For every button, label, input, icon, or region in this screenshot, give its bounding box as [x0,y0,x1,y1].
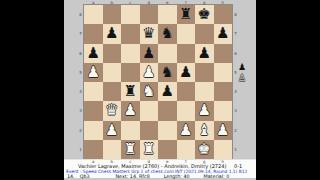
rank-label-1: 1 [78,140,83,159]
square-b6[interactable] [103,44,122,63]
next-move: Next: 14. Rfc8 [116,174,150,179]
rank-label-7: 7 [233,24,238,43]
square-b7[interactable]: ♟ [103,24,122,43]
file-label-g: g [195,159,214,164]
square-h3[interactable] [214,101,233,120]
black-pawn: ♟ [161,84,174,99]
square-g5[interactable] [195,63,214,82]
white-pawn: ♟ [179,123,192,138]
square-h5[interactable] [214,63,233,82]
square-f1[interactable] [177,140,196,159]
white-rook: ♜ [142,142,155,157]
rank-label-6: 6 [78,44,83,63]
chess-board: ♜♚♟♛♞♟♟♟♟♟♟♞♟♜♞♟♛♟♟♟♟♝♟♜♜♚ [84,5,232,159]
square-b2[interactable]: ♟ [103,121,122,140]
rank-label-2: 2 [78,121,83,140]
square-h1[interactable] [214,140,233,159]
square-c8[interactable] [121,5,140,24]
square-b1[interactable] [103,140,122,159]
file-label-f: f [177,0,196,5]
rank-label-8: 8 [78,5,83,24]
square-f5[interactable]: ♟ [177,63,196,82]
square-a1[interactable] [84,140,103,159]
white-pawn: ♟ [142,65,155,80]
white-pawn: ♟ [216,123,229,138]
square-a4[interactable] [84,82,103,101]
square-g2[interactable]: ♝ [195,121,214,140]
square-d1[interactable]: ♜ [140,140,159,159]
square-c7[interactable] [121,24,140,43]
square-e7[interactable]: ♞ [158,24,177,43]
white-pawn: ♟ [105,123,118,138]
square-g1[interactable]: ♚ [195,140,214,159]
file-label-b: b [103,0,122,5]
file-label-c: c [121,0,140,5]
file-label-d: d [140,159,159,164]
square-a5[interactable]: ♟ [84,63,103,82]
square-e4[interactable]: ♟ [158,82,177,101]
square-e1[interactable] [158,140,177,159]
rank-label-2: 2 [233,121,238,140]
square-c2[interactable] [121,121,140,140]
square-f6[interactable] [177,44,196,63]
file-label-c: c [121,159,140,164]
square-e3[interactable] [158,101,177,120]
white-pawn: ♟ [198,103,211,118]
black-pawn: ♟ [216,26,229,41]
black-king: ♚ [198,7,211,22]
file-label-h: h [214,0,233,5]
square-f3[interactable] [177,101,196,120]
file-label-g: g [195,0,214,5]
white-pawn: ♟ [87,65,100,80]
rank-label-3: 3 [78,101,83,120]
square-g3[interactable]: ♟ [195,101,214,120]
square-c6[interactable] [121,44,140,63]
square-a8[interactable] [84,5,103,24]
square-e2[interactable] [158,121,177,140]
square-h7[interactable]: ♟ [214,24,233,43]
square-e6[interactable] [158,44,177,63]
white-king: ♚ [198,142,211,157]
square-d2[interactable] [140,121,159,140]
move-number: 14. [67,174,75,179]
rank-labels-left: 87654321 [78,5,83,159]
material-balance: Material: 0 [204,174,230,179]
square-c4[interactable]: ♜ [121,82,140,101]
rank-label-7: 7 [78,24,83,43]
square-c5[interactable] [121,63,140,82]
file-label-e: e [158,159,177,164]
file-labels-bottom: abcdefgh [84,159,232,164]
square-c1[interactable]: ♜ [121,140,140,159]
rank-label-5: 5 [78,63,83,82]
square-f8[interactable]: ♜ [177,5,196,24]
square-g7[interactable] [195,24,214,43]
black-pawn: ♟ [198,46,211,61]
white-bishop: ♝ [198,123,211,138]
rank-label-8: 8 [233,5,238,24]
square-g4[interactable] [195,82,214,101]
white-rook: ♜ [124,142,137,157]
move-info-line: 14. Qb3 Next: 14. Rfc8 Length: 40 Materi… [64,174,256,179]
rank-label-1: 1 [233,140,238,159]
white-pawn: ♟ [124,103,137,118]
square-h6[interactable] [214,44,233,63]
rank-label-5: 5 [233,63,238,82]
rank-label-3: 3 [233,101,238,120]
white-pawn-icon: ♙ [238,73,246,84]
file-label-e: e [158,0,177,5]
square-a2[interactable] [84,121,103,140]
square-d5[interactable]: ♟ [140,63,159,82]
black-rook: ♜ [124,84,137,99]
square-f7[interactable] [177,24,196,43]
square-f2[interactable]: ♟ [177,121,196,140]
square-d7[interactable]: ♛ [140,24,159,43]
black-knight: ♞ [161,65,174,80]
black-pawn-icon: ♟ [238,62,246,73]
square-e8[interactable] [158,5,177,24]
square-a7[interactable] [84,24,103,43]
rank-labels-right: 87654321 [233,5,238,159]
rank-label-6: 6 [233,44,238,63]
square-b4[interactable] [103,82,122,101]
black-pawn: ♟ [142,46,155,61]
black-pawn: ♟ [179,65,192,80]
square-h8[interactable] [214,5,233,24]
square-a3[interactable] [84,101,103,120]
white-knight: ♞ [142,84,155,99]
file-labels-top: abcdefgh [84,0,232,5]
move-played: Qb3 [80,174,90,179]
square-e5[interactable]: ♞ [158,63,177,82]
square-f4[interactable] [177,82,196,101]
game-length: Length: 40 [164,174,190,179]
file-label-b: b [103,159,122,164]
square-a6[interactable]: ♟ [84,44,103,63]
square-d4[interactable]: ♞ [140,82,159,101]
file-label-a: a [84,0,103,5]
square-h2[interactable]: ♟ [214,121,233,140]
square-h4[interactable] [214,82,233,101]
square-b3[interactable]: ♛ [103,101,122,120]
black-pawn: ♟ [87,46,100,61]
square-d3[interactable] [140,101,159,120]
square-d8[interactable] [140,5,159,24]
black-pawn: ♟ [105,26,118,41]
square-g6[interactable]: ♟ [195,44,214,63]
rank-label-4: 4 [233,82,238,101]
black-knight: ♞ [161,26,174,41]
rank-label-4: 4 [78,82,83,101]
file-label-h: h [214,159,233,164]
square-c3[interactable]: ♟ [121,101,140,120]
square-g8[interactable]: ♚ [195,5,214,24]
square-b5[interactable] [103,63,122,82]
black-queen: ♛ [142,26,155,41]
content-panel: abcdefgh abcdefgh 87654321 87654321 ♜♚♟♛… [64,0,256,180]
file-label-d: d [140,0,159,5]
file-label-a: a [84,159,103,164]
white-queen: ♛ [105,103,118,118]
black-rook: ♜ [179,7,192,22]
file-label-f: f [177,159,196,164]
square-d6[interactable]: ♟ [140,44,159,63]
square-b8[interactable] [103,5,122,24]
